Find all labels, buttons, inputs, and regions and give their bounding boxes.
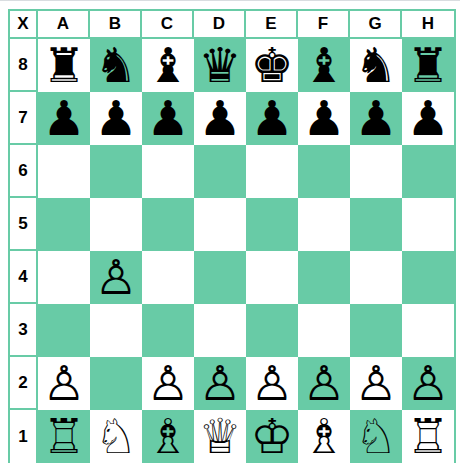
piece-black-pawn: ♟ <box>94 94 137 142</box>
square-h8[interactable]: ♜ <box>402 39 454 92</box>
chess-board: XABCDEFGH8♜♞♝♛♚♝♞♜7♟♟♟♟♟♟♟♟654♙32♙♙♙♙♙♙♙… <box>8 9 456 463</box>
square-h3[interactable] <box>402 304 454 357</box>
piece-white-bishop: ♗ <box>146 412 189 460</box>
square-d2[interactable]: ♙ <box>194 357 246 410</box>
square-e7[interactable]: ♟ <box>246 92 298 145</box>
piece-black-bishop: ♝ <box>146 41 189 89</box>
square-d8[interactable]: ♛ <box>194 39 246 92</box>
square-f1[interactable]: ♗ <box>298 410 350 463</box>
page: XABCDEFGH8♜♞♝♛♚♝♞♜7♟♟♟♟♟♟♟♟654♙32♙♙♙♙♙♙♙… <box>0 0 460 463</box>
square-f7[interactable]: ♟ <box>298 92 350 145</box>
square-h1[interactable]: ♖ <box>402 410 454 463</box>
square-f6[interactable] <box>298 145 350 198</box>
square-a2[interactable]: ♙ <box>38 357 90 410</box>
piece-white-knight: ♘ <box>354 412 397 460</box>
piece-black-pawn: ♟ <box>42 94 85 142</box>
square-b4[interactable]: ♙ <box>90 251 142 304</box>
square-e3[interactable] <box>246 304 298 357</box>
square-e4[interactable] <box>246 251 298 304</box>
piece-black-rook: ♜ <box>406 41 449 89</box>
piece-black-king: ♚ <box>250 41 293 89</box>
square-e2[interactable]: ♙ <box>246 357 298 410</box>
corner-label: X <box>10 11 38 39</box>
square-c1[interactable]: ♗ <box>142 410 194 463</box>
piece-white-rook: ♖ <box>42 412 85 460</box>
square-c4[interactable] <box>142 251 194 304</box>
square-d6[interactable] <box>194 145 246 198</box>
square-b7[interactable]: ♟ <box>90 92 142 145</box>
piece-black-pawn: ♟ <box>302 94 345 142</box>
square-d1[interactable]: ♕ <box>194 410 246 463</box>
file-label-d: D <box>194 11 246 39</box>
piece-white-pawn: ♙ <box>198 359 241 407</box>
square-h7[interactable]: ♟ <box>402 92 454 145</box>
square-g8[interactable]: ♞ <box>350 39 402 92</box>
square-g4[interactable] <box>350 251 402 304</box>
square-f5[interactable] <box>298 198 350 251</box>
piece-black-pawn: ♟ <box>250 94 293 142</box>
file-label-h: H <box>402 11 454 39</box>
square-d3[interactable] <box>194 304 246 357</box>
square-a7[interactable]: ♟ <box>38 92 90 145</box>
piece-black-pawn: ♟ <box>146 94 189 142</box>
square-b6[interactable] <box>90 145 142 198</box>
piece-black-knight: ♞ <box>354 41 397 89</box>
square-d5[interactable] <box>194 198 246 251</box>
square-h4[interactable] <box>402 251 454 304</box>
file-label-g: G <box>350 11 402 39</box>
square-h5[interactable] <box>402 198 454 251</box>
piece-black-pawn: ♟ <box>198 94 241 142</box>
piece-black-bishop: ♝ <box>302 41 345 89</box>
square-h6[interactable] <box>402 145 454 198</box>
piece-white-knight: ♘ <box>94 412 137 460</box>
square-g1[interactable]: ♘ <box>350 410 402 463</box>
square-e6[interactable] <box>246 145 298 198</box>
square-d4[interactable] <box>194 251 246 304</box>
piece-white-king: ♔ <box>250 412 293 460</box>
piece-black-pawn: ♟ <box>406 94 449 142</box>
square-g2[interactable]: ♙ <box>350 357 402 410</box>
piece-black-pawn: ♟ <box>354 94 397 142</box>
piece-black-knight: ♞ <box>94 41 137 89</box>
rank-label-5: 5 <box>10 198 38 251</box>
square-f8[interactable]: ♝ <box>298 39 350 92</box>
rank-label-8: 8 <box>10 39 38 92</box>
piece-black-rook: ♜ <box>42 41 85 89</box>
square-b3[interactable] <box>90 304 142 357</box>
piece-white-pawn: ♙ <box>250 359 293 407</box>
rank-label-2: 2 <box>10 357 38 410</box>
square-g5[interactable] <box>350 198 402 251</box>
square-b8[interactable]: ♞ <box>90 39 142 92</box>
square-c3[interactable] <box>142 304 194 357</box>
file-label-c: C <box>142 11 194 39</box>
file-label-e: E <box>246 11 298 39</box>
square-h2[interactable]: ♙ <box>402 357 454 410</box>
square-b2[interactable] <box>90 357 142 410</box>
square-b5[interactable] <box>90 198 142 251</box>
square-e1[interactable]: ♔ <box>246 410 298 463</box>
square-c7[interactable]: ♟ <box>142 92 194 145</box>
rank-label-1: 1 <box>10 410 38 463</box>
square-f2[interactable]: ♙ <box>298 357 350 410</box>
piece-white-rook: ♖ <box>406 412 449 460</box>
square-c8[interactable]: ♝ <box>142 39 194 92</box>
square-f4[interactable] <box>298 251 350 304</box>
square-f3[interactable] <box>298 304 350 357</box>
square-g6[interactable] <box>350 145 402 198</box>
square-a1[interactable]: ♖ <box>38 410 90 463</box>
square-a3[interactable] <box>38 304 90 357</box>
piece-white-pawn: ♙ <box>406 359 449 407</box>
square-c6[interactable] <box>142 145 194 198</box>
piece-white-pawn: ♙ <box>302 359 345 407</box>
square-g7[interactable]: ♟ <box>350 92 402 145</box>
file-label-b: B <box>90 11 142 39</box>
square-c5[interactable] <box>142 198 194 251</box>
piece-white-queen: ♕ <box>198 412 241 460</box>
square-b1[interactable]: ♘ <box>90 410 142 463</box>
rank-label-6: 6 <box>10 145 38 198</box>
rank-label-4: 4 <box>10 251 38 304</box>
file-label-a: A <box>38 11 90 39</box>
file-label-f: F <box>298 11 350 39</box>
square-a4[interactable] <box>38 251 90 304</box>
square-e8[interactable]: ♚ <box>246 39 298 92</box>
square-g3[interactable] <box>350 304 402 357</box>
square-e5[interactable] <box>246 198 298 251</box>
square-d7[interactable]: ♟ <box>194 92 246 145</box>
square-a8[interactable]: ♜ <box>38 39 90 92</box>
square-a6[interactable] <box>38 145 90 198</box>
piece-black-queen: ♛ <box>198 41 241 89</box>
piece-white-pawn: ♙ <box>354 359 397 407</box>
piece-white-pawn: ♙ <box>94 253 137 301</box>
rank-label-7: 7 <box>10 92 38 145</box>
piece-white-pawn: ♙ <box>146 359 189 407</box>
rank-label-3: 3 <box>10 304 38 357</box>
piece-white-pawn: ♙ <box>42 359 85 407</box>
piece-white-bishop: ♗ <box>302 412 345 460</box>
square-c2[interactable]: ♙ <box>142 357 194 410</box>
square-a5[interactable] <box>38 198 90 251</box>
